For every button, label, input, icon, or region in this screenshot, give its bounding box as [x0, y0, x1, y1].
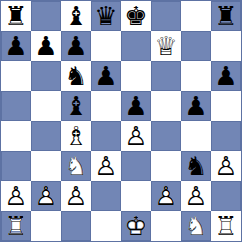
- piece-black-pawn[interactable]: ♟: [61, 31, 91, 61]
- piece-white-pawn[interactable]: ♟♙: [31, 181, 61, 211]
- square-a4[interactable]: [1, 121, 31, 151]
- square-d5[interactable]: [91, 91, 121, 121]
- black-pawn-glyph: ♟: [214, 63, 237, 89]
- piece-white-knight[interactable]: ♞♘: [181, 211, 211, 241]
- white-pawn-outline: ♙: [154, 183, 177, 209]
- square-b4[interactable]: [31, 121, 61, 151]
- square-e1[interactable]: ♚♔: [121, 211, 151, 241]
- square-f1[interactable]: [151, 211, 181, 241]
- square-h4[interactable]: [211, 121, 241, 151]
- piece-white-pawn[interactable]: ♟♙: [91, 151, 121, 181]
- square-b6[interactable]: [31, 61, 61, 91]
- piece-white-pawn[interactable]: ♟♙: [211, 151, 241, 181]
- square-h8[interactable]: ♜: [211, 1, 241, 31]
- square-b5[interactable]: [31, 91, 61, 121]
- square-f5[interactable]: [151, 91, 181, 121]
- piece-black-queen[interactable]: ♛: [91, 1, 121, 31]
- square-d6[interactable]: ♟: [91, 61, 121, 91]
- square-g5[interactable]: ♟: [181, 91, 211, 121]
- square-b1[interactable]: [31, 211, 61, 241]
- black-knight-glyph: ♞: [184, 153, 207, 179]
- square-g1[interactable]: ♞♘: [181, 211, 211, 241]
- square-e3[interactable]: [121, 151, 151, 181]
- square-a3[interactable]: [1, 151, 31, 181]
- piece-white-pawn[interactable]: ♟♙: [181, 181, 211, 211]
- square-f3[interactable]: [151, 151, 181, 181]
- piece-white-pawn[interactable]: ♟♙: [1, 181, 31, 211]
- piece-black-pawn[interactable]: ♟: [121, 91, 151, 121]
- black-rook-glyph: ♜: [214, 3, 237, 29]
- black-pawn-glyph: ♟: [94, 63, 117, 89]
- square-h3[interactable]: ♟♙: [211, 151, 241, 181]
- square-c7[interactable]: ♟: [61, 31, 91, 61]
- square-g4[interactable]: [181, 121, 211, 151]
- white-pawn-outline: ♙: [4, 183, 27, 209]
- white-pawn-outline: ♙: [34, 183, 57, 209]
- white-knight-outline: ♘: [184, 213, 207, 239]
- square-d1[interactable]: [91, 211, 121, 241]
- white-pawn-outline: ♙: [214, 153, 237, 179]
- square-e2[interactable]: [121, 181, 151, 211]
- white-pawn-outline: ♙: [184, 183, 207, 209]
- square-a8[interactable]: ♜: [1, 1, 31, 31]
- piece-black-knight[interactable]: ♞: [61, 61, 91, 91]
- square-g8[interactable]: [181, 1, 211, 31]
- square-g6[interactable]: [181, 61, 211, 91]
- piece-black-knight[interactable]: ♞: [181, 151, 211, 181]
- square-e7[interactable]: [121, 31, 151, 61]
- square-e8[interactable]: ♚: [121, 1, 151, 31]
- piece-black-pawn[interactable]: ♟: [31, 31, 61, 61]
- square-a2[interactable]: ♟♙: [1, 181, 31, 211]
- square-g7[interactable]: [181, 31, 211, 61]
- square-a6[interactable]: [1, 61, 31, 91]
- square-e4[interactable]: ♟♙: [121, 121, 151, 151]
- square-c6[interactable]: ♞: [61, 61, 91, 91]
- square-h5[interactable]: [211, 91, 241, 121]
- white-king-outline: ♔: [124, 213, 147, 239]
- piece-black-pawn[interactable]: ♟: [181, 91, 211, 121]
- black-pawn-glyph: ♟: [124, 93, 147, 119]
- square-g3[interactable]: ♞: [181, 151, 211, 181]
- black-pawn-glyph: ♟: [4, 33, 27, 59]
- square-f2[interactable]: ♟♙: [151, 181, 181, 211]
- square-a7[interactable]: ♟: [1, 31, 31, 61]
- square-a1[interactable]: ♜♖: [1, 211, 31, 241]
- square-c2[interactable]: ♟♙: [61, 181, 91, 211]
- piece-black-bishop[interactable]: ♝: [61, 91, 91, 121]
- black-king-glyph: ♚: [124, 3, 147, 29]
- black-pawn-glyph: ♟: [34, 33, 57, 59]
- square-c1[interactable]: [61, 211, 91, 241]
- piece-white-pawn[interactable]: ♟♙: [151, 181, 181, 211]
- square-b2[interactable]: ♟♙: [31, 181, 61, 211]
- piece-black-king[interactable]: ♚: [121, 1, 151, 31]
- square-h2[interactable]: [211, 181, 241, 211]
- piece-white-bishop[interactable]: ♝♗: [61, 121, 91, 151]
- square-b7[interactable]: ♟: [31, 31, 61, 61]
- black-pawn-glyph: ♟: [184, 93, 207, 119]
- white-rook-outline: ♖: [4, 213, 27, 239]
- square-h6[interactable]: ♟: [211, 61, 241, 91]
- square-e6[interactable]: [121, 61, 151, 91]
- piece-white-rook[interactable]: ♜♖: [211, 211, 241, 241]
- piece-white-knight[interactable]: ♞♘: [61, 151, 91, 181]
- square-c8[interactable]: ♝: [61, 1, 91, 31]
- piece-black-rook[interactable]: ♜: [211, 1, 241, 31]
- white-pawn-outline: ♙: [64, 183, 87, 209]
- square-f6[interactable]: [151, 61, 181, 91]
- square-h1[interactable]: ♜♖: [211, 211, 241, 241]
- black-rook-glyph: ♜: [4, 3, 27, 29]
- piece-white-pawn[interactable]: ♟♙: [61, 181, 91, 211]
- piece-white-pawn[interactable]: ♟♙: [121, 121, 151, 151]
- piece-black-pawn[interactable]: ♟: [211, 61, 241, 91]
- square-d8[interactable]: ♛: [91, 1, 121, 31]
- white-rook-outline: ♖: [214, 213, 237, 239]
- square-e5[interactable]: ♟: [121, 91, 151, 121]
- piece-white-queen[interactable]: ♛♕: [151, 31, 181, 61]
- square-f7[interactable]: ♛♕: [151, 31, 181, 61]
- square-a5[interactable]: [1, 91, 31, 121]
- black-queen-glyph: ♛: [94, 3, 117, 29]
- chess-board: ♜♝♛♚♜♟♟♟♛♕♞♟♟♝♟♟♝♗♟♙♞♘♟♙♞♟♙♟♙♟♙♟♙♟♙♟♙♜♖♚…: [0, 0, 242, 242]
- square-d3[interactable]: ♟♙: [91, 151, 121, 181]
- white-bishop-outline: ♗: [64, 123, 87, 149]
- piece-white-king[interactable]: ♚♔: [121, 211, 151, 241]
- white-pawn-outline: ♙: [124, 123, 147, 149]
- square-g2[interactable]: ♟♙: [181, 181, 211, 211]
- piece-black-bishop[interactable]: ♝: [61, 1, 91, 31]
- square-h7[interactable]: [211, 31, 241, 61]
- piece-black-rook[interactable]: ♜: [1, 1, 31, 31]
- black-knight-glyph: ♞: [64, 63, 87, 89]
- white-pawn-outline: ♙: [94, 153, 117, 179]
- piece-black-pawn[interactable]: ♟: [91, 61, 121, 91]
- white-queen-outline: ♕: [154, 33, 177, 59]
- black-pawn-glyph: ♟: [64, 33, 87, 59]
- square-c4[interactable]: ♝♗: [61, 121, 91, 151]
- piece-white-rook[interactable]: ♜♖: [1, 211, 31, 241]
- square-d7[interactable]: [91, 31, 121, 61]
- square-b3[interactable]: [31, 151, 61, 181]
- square-f4[interactable]: [151, 121, 181, 151]
- black-bishop-glyph: ♝: [64, 3, 87, 29]
- black-bishop-glyph: ♝: [64, 93, 87, 119]
- square-d4[interactable]: [91, 121, 121, 151]
- piece-black-pawn[interactable]: ♟: [1, 31, 31, 61]
- white-knight-outline: ♘: [64, 153, 87, 179]
- square-c3[interactable]: ♞♘: [61, 151, 91, 181]
- square-f8[interactable]: [151, 1, 181, 31]
- square-b8[interactable]: [31, 1, 61, 31]
- square-d2[interactable]: [91, 181, 121, 211]
- square-c5[interactable]: ♝: [61, 91, 91, 121]
